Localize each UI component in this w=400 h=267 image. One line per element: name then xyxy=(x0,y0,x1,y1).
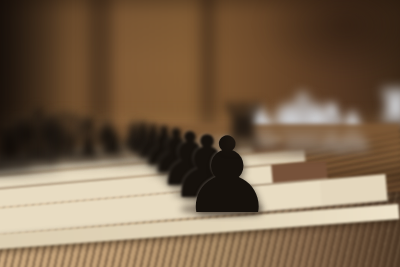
chess-photo-scene: abcdefgh ♞♚♝♟♜ ♜♚♛♝♞♟♟♟♟♟♟♟♟♜ xyxy=(0,0,400,267)
left-edge-vignette xyxy=(0,0,66,175)
black-rook: ♜ xyxy=(212,96,274,158)
